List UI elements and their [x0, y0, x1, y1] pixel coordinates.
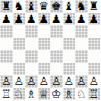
square-e2[interactable]: ♙: [50, 75, 63, 88]
square-b1[interactable]: ♘: [13, 88, 26, 101]
square-d2[interactable]: ♙: [38, 75, 51, 88]
piece-black-pawn[interactable]: ♟: [89, 13, 99, 26]
square-b5[interactable]: [13, 38, 26, 51]
piece-black-king[interactable]: ♚: [51, 0, 61, 13]
piece-black-pawn[interactable]: ♟: [26, 13, 36, 26]
square-d4[interactable]: [38, 50, 51, 63]
square-c8[interactable]: ♝: [25, 0, 38, 13]
square-e7[interactable]: ♟: [50, 13, 63, 26]
square-f3[interactable]: [63, 63, 76, 76]
piece-black-knight[interactable]: ♞: [14, 0, 24, 13]
square-h2[interactable]: ♙: [88, 75, 101, 88]
square-h5[interactable]: [88, 38, 101, 51]
square-g7[interactable]: ♟: [75, 13, 88, 26]
square-b6[interactable]: [13, 25, 26, 38]
piece-black-bishop[interactable]: ♝: [64, 0, 74, 13]
square-h3[interactable]: [88, 63, 101, 76]
piece-black-queen[interactable]: ♛: [39, 0, 49, 13]
square-b7[interactable]: ♟: [13, 13, 26, 26]
square-b8[interactable]: ♞: [13, 0, 26, 13]
square-c3[interactable]: [25, 63, 38, 76]
square-f7[interactable]: ♟: [63, 13, 76, 26]
piece-black-pawn[interactable]: ♟: [64, 13, 74, 26]
piece-white-king[interactable]: ♔: [51, 88, 61, 101]
piece-white-knight[interactable]: ♘: [76, 88, 86, 101]
piece-white-pawn[interactable]: ♙: [76, 75, 86, 88]
piece-black-pawn[interactable]: ♟: [51, 13, 61, 26]
square-c1[interactable]: ♗: [25, 88, 38, 101]
square-d1[interactable]: ♕: [38, 88, 51, 101]
piece-white-pawn[interactable]: ♙: [26, 75, 36, 88]
square-e4[interactable]: [50, 50, 63, 63]
square-b4[interactable]: [13, 50, 26, 63]
piece-white-bishop[interactable]: ♗: [64, 88, 74, 101]
square-d8[interactable]: ♛: [38, 0, 51, 13]
square-g2[interactable]: ♙: [75, 75, 88, 88]
chess-board: ♜♞♝♛♚♝♞♜♟♟♟♟♟♟♟♟♙♙♙♙♙♙♙♙♖♘♗♕♔♗♘♖: [0, 0, 100, 100]
piece-black-pawn[interactable]: ♟: [39, 13, 49, 26]
square-f8[interactable]: ♝: [63, 0, 76, 13]
square-d7[interactable]: ♟: [38, 13, 51, 26]
square-h7[interactable]: ♟: [88, 13, 101, 26]
piece-white-bishop[interactable]: ♗: [26, 88, 36, 101]
square-f4[interactable]: [63, 50, 76, 63]
square-c7[interactable]: ♟: [25, 13, 38, 26]
square-h6[interactable]: [88, 25, 101, 38]
square-c2[interactable]: ♙: [25, 75, 38, 88]
square-a2[interactable]: ♙: [0, 75, 13, 88]
square-g3[interactable]: [75, 63, 88, 76]
square-c6[interactable]: [25, 25, 38, 38]
square-e6[interactable]: [50, 25, 63, 38]
square-e1[interactable]: ♔: [50, 88, 63, 101]
square-e3[interactable]: [50, 63, 63, 76]
square-d5[interactable]: [38, 38, 51, 51]
piece-white-rook[interactable]: ♖: [89, 88, 99, 101]
square-a1[interactable]: ♖: [0, 88, 13, 101]
square-a5[interactable]: [0, 38, 13, 51]
square-d6[interactable]: [38, 25, 51, 38]
piece-white-knight[interactable]: ♘: [14, 88, 24, 101]
piece-black-pawn[interactable]: ♟: [76, 13, 86, 26]
square-f5[interactable]: [63, 38, 76, 51]
square-d3[interactable]: [38, 63, 51, 76]
square-h8[interactable]: ♜: [88, 0, 101, 13]
piece-black-pawn[interactable]: ♟: [14, 13, 24, 26]
piece-white-pawn[interactable]: ♙: [39, 75, 49, 88]
square-h1[interactable]: ♖: [88, 88, 101, 101]
square-g6[interactable]: [75, 25, 88, 38]
square-c4[interactable]: [25, 50, 38, 63]
square-f2[interactable]: ♙: [63, 75, 76, 88]
square-a7[interactable]: ♟: [0, 13, 13, 26]
square-a6[interactable]: [0, 25, 13, 38]
piece-white-queen[interactable]: ♕: [39, 88, 49, 101]
piece-white-pawn[interactable]: ♙: [64, 75, 74, 88]
square-h4[interactable]: [88, 50, 101, 63]
square-a3[interactable]: [0, 63, 13, 76]
piece-white-rook[interactable]: ♖: [1, 88, 11, 101]
piece-white-pawn[interactable]: ♙: [14, 75, 24, 88]
piece-black-rook[interactable]: ♜: [1, 0, 11, 13]
piece-white-pawn[interactable]: ♙: [89, 75, 99, 88]
square-a4[interactable]: [0, 50, 13, 63]
piece-white-pawn[interactable]: ♙: [51, 75, 61, 88]
piece-black-pawn[interactable]: ♟: [1, 13, 11, 26]
square-b3[interactable]: [13, 63, 26, 76]
piece-black-rook[interactable]: ♜: [89, 0, 99, 13]
square-g5[interactable]: [75, 38, 88, 51]
square-c5[interactable]: [25, 38, 38, 51]
piece-white-pawn[interactable]: ♙: [1, 75, 11, 88]
square-a8[interactable]: ♜: [0, 0, 13, 13]
square-b2[interactable]: ♙: [13, 75, 26, 88]
square-f1[interactable]: ♗: [63, 88, 76, 101]
piece-black-knight[interactable]: ♞: [76, 0, 86, 13]
square-e8[interactable]: ♚: [50, 0, 63, 13]
square-g8[interactable]: ♞: [75, 0, 88, 13]
square-g1[interactable]: ♘: [75, 88, 88, 101]
square-e5[interactable]: [50, 38, 63, 51]
square-g4[interactable]: [75, 50, 88, 63]
piece-black-bishop[interactable]: ♝: [26, 0, 36, 13]
square-f6[interactable]: [63, 25, 76, 38]
